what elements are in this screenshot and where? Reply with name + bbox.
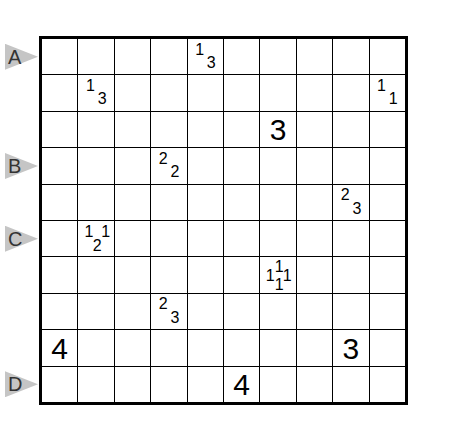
cell-r9c9: 3 — [333, 330, 368, 365]
cell-r1c2[interactable] — [78, 39, 113, 74]
clue-value: 1 — [101, 224, 110, 240]
cell-r2c4[interactable] — [151, 75, 186, 110]
cell-r8c1[interactable] — [42, 294, 77, 329]
cell-r9c7[interactable] — [260, 330, 295, 365]
clue-value: 1 — [389, 91, 398, 107]
cell-r6c4[interactable] — [151, 221, 186, 256]
cell-r9c8[interactable] — [297, 330, 332, 365]
cell-r5c10[interactable] — [370, 185, 405, 220]
cell-r5c2[interactable] — [78, 185, 113, 220]
cell-r5c5[interactable] — [188, 185, 223, 220]
clue-value: 2 — [341, 187, 350, 203]
cell-r3c1[interactable] — [42, 112, 77, 147]
clue-value: 1 — [266, 268, 275, 284]
cell-r10c1[interactable] — [42, 367, 77, 402]
cell-r9c4[interactable] — [151, 330, 186, 365]
cell-r5c7[interactable] — [260, 185, 295, 220]
cell-r10c8[interactable] — [297, 367, 332, 402]
cell-r3c3[interactable] — [115, 112, 150, 147]
cell-r8c6[interactable] — [224, 294, 259, 329]
cell-r4c3[interactable] — [115, 148, 150, 183]
cell-r9c5[interactable] — [188, 330, 223, 365]
cell-r5c3[interactable] — [115, 185, 150, 220]
cell-r6c7[interactable] — [260, 221, 295, 256]
cell-r1c3[interactable] — [115, 39, 150, 74]
cell-r2c5[interactable] — [188, 75, 223, 110]
row-marker-b: B — [5, 153, 38, 179]
cell-r4c9[interactable] — [333, 148, 368, 183]
clue-value: 1 — [283, 268, 292, 284]
clue-value: 4 — [51, 334, 68, 364]
cell-r2c2: 13 — [78, 75, 113, 110]
cell-r8c10[interactable] — [370, 294, 405, 329]
cell-r6c6[interactable] — [224, 221, 259, 256]
row-marker-d: D — [5, 371, 38, 397]
cell-r2c8[interactable] — [297, 75, 332, 110]
clue-value: 1 — [275, 277, 284, 293]
cell-r8c7[interactable] — [260, 294, 295, 329]
cell-r10c6: 4 — [224, 367, 259, 402]
cell-r4c6[interactable] — [224, 148, 259, 183]
cell-r2c9[interactable] — [333, 75, 368, 110]
clue-value: 3 — [342, 334, 359, 364]
cell-r5c6[interactable] — [224, 185, 259, 220]
cell-r6c10[interactable] — [370, 221, 405, 256]
cell-r7c6[interactable] — [224, 257, 259, 292]
cell-r8c3[interactable] — [115, 294, 150, 329]
cell-r7c2[interactable] — [78, 257, 113, 292]
cell-r9c1: 4 — [42, 330, 77, 365]
clue-value: 2 — [93, 238, 102, 254]
cell-r9c3[interactable] — [115, 330, 150, 365]
row-marker-a: A — [5, 44, 38, 70]
cell-r6c2: 121 — [78, 221, 113, 256]
cell-r5c9: 23 — [333, 185, 368, 220]
clue-value: 4 — [233, 370, 250, 400]
cell-r1c4[interactable] — [151, 39, 186, 74]
cell-r5c4[interactable] — [151, 185, 186, 220]
clue-value: 1 — [195, 42, 204, 58]
row-marker-label: D — [8, 374, 22, 394]
cell-r6c9[interactable] — [333, 221, 368, 256]
row-marker-label: A — [8, 47, 21, 67]
cell-r3c4[interactable] — [151, 112, 186, 147]
cell-r1c9[interactable] — [333, 39, 368, 74]
clue-value: 3 — [352, 201, 361, 217]
clue-value: 2 — [159, 296, 168, 312]
cell-r1c6[interactable] — [224, 39, 259, 74]
cell-r1c1[interactable] — [42, 39, 77, 74]
cell-r4c7[interactable] — [260, 148, 295, 183]
cell-r2c3[interactable] — [115, 75, 150, 110]
clue-value: 2 — [159, 151, 168, 167]
row-marker-label: B — [8, 156, 21, 176]
cell-r4c5[interactable] — [188, 148, 223, 183]
cell-r7c4[interactable] — [151, 257, 186, 292]
cell-r8c2[interactable] — [78, 294, 113, 329]
row-marker-label: C — [8, 229, 22, 249]
cell-r7c7: 1111 — [260, 257, 295, 292]
cell-r10c7[interactable] — [260, 367, 295, 402]
cell-r3c8[interactable] — [297, 112, 332, 147]
cell-r7c3[interactable] — [115, 257, 150, 292]
cell-r2c10: 11 — [370, 75, 405, 110]
cell-r1c5: 13 — [188, 39, 223, 74]
cell-r7c1[interactable] — [42, 257, 77, 292]
cell-r2c6[interactable] — [224, 75, 259, 110]
cell-r10c3[interactable] — [115, 367, 150, 402]
cell-r10c10[interactable] — [370, 367, 405, 402]
cell-r1c10[interactable] — [370, 39, 405, 74]
cell-r6c5[interactable] — [188, 221, 223, 256]
cell-r4c10[interactable] — [370, 148, 405, 183]
cell-r9c10[interactable] — [370, 330, 405, 365]
cell-r6c8[interactable] — [297, 221, 332, 256]
cell-r4c4: 22 — [151, 148, 186, 183]
cell-r3c6[interactable] — [224, 112, 259, 147]
cell-r10c4[interactable] — [151, 367, 186, 402]
cell-r4c8[interactable] — [297, 148, 332, 183]
cell-r10c2[interactable] — [78, 367, 113, 402]
clue-value: 3 — [270, 115, 287, 145]
cell-r9c2[interactable] — [78, 330, 113, 365]
clue-value: 1 — [377, 78, 386, 94]
cell-r8c9[interactable] — [333, 294, 368, 329]
cell-r5c1[interactable] — [42, 185, 77, 220]
cell-r7c10[interactable] — [370, 257, 405, 292]
cell-r10c5[interactable] — [188, 367, 223, 402]
clue-value: 3 — [207, 55, 216, 71]
cell-r9c6[interactable] — [224, 330, 259, 365]
clue-value: 1 — [86, 78, 95, 94]
cell-r4c2[interactable] — [78, 148, 113, 183]
cell-r6c3[interactable] — [115, 221, 150, 256]
cell-r3c7: 3 — [260, 112, 295, 147]
cell-r7c5[interactable] — [188, 257, 223, 292]
clue-value: 3 — [98, 91, 107, 107]
cell-r3c2[interactable] — [78, 112, 113, 147]
cell-r3c5[interactable] — [188, 112, 223, 147]
cell-r8c4: 23 — [151, 294, 186, 329]
clue-value: 2 — [170, 164, 179, 180]
cell-r4c1[interactable] — [42, 148, 77, 183]
cell-r5c8[interactable] — [297, 185, 332, 220]
tapa-board: 13131132223121111123434 — [39, 36, 408, 405]
cell-r7c8[interactable] — [297, 257, 332, 292]
cell-r2c7[interactable] — [260, 75, 295, 110]
cell-r3c9[interactable] — [333, 112, 368, 147]
cell-r2c1[interactable] — [42, 75, 77, 110]
row-marker-c: C — [5, 226, 38, 252]
cell-r1c8[interactable] — [297, 39, 332, 74]
cell-r1c7[interactable] — [260, 39, 295, 74]
cell-r3c10[interactable] — [370, 112, 405, 147]
cell-r6c1[interactable] — [42, 221, 77, 256]
cell-r8c8[interactable] — [297, 294, 332, 329]
clue-value: 3 — [170, 310, 179, 326]
cell-r10c9[interactable] — [333, 367, 368, 402]
cell-r7c9[interactable] — [333, 257, 368, 292]
cell-r8c5[interactable] — [188, 294, 223, 329]
